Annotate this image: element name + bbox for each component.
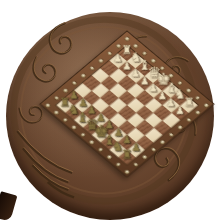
frame-stud: [124, 170, 129, 174]
frame-stud: [133, 162, 138, 166]
frame-stud: [177, 81, 182, 85]
frame-stud: [54, 110, 59, 114]
frame-stud: [98, 59, 103, 63]
frame-stud: [98, 147, 103, 151]
frame-stud: [107, 51, 112, 55]
frame-stud: [72, 81, 77, 85]
frame-stud: [54, 96, 59, 100]
frame-stud: [151, 147, 156, 151]
frame-stud: [80, 74, 85, 78]
frame-stud: [177, 125, 182, 129]
frame-stud: [116, 44, 121, 48]
frame-stud: [45, 103, 50, 107]
chess-table-photo: ♜♞♝♛♚♝♞♜♟♟♟♟♟♟♟♟♟♟♟♟♟♟♟♟♜♞♝♛♚♝♞♜: [0, 0, 220, 220]
frame-stud: [195, 96, 200, 100]
frame-stud: [133, 44, 138, 48]
frame-stud: [142, 51, 147, 55]
white-rook: ♜: [121, 44, 134, 56]
frame-stud: [168, 133, 173, 137]
frame-stud: [89, 66, 94, 70]
frame-stud: [124, 37, 129, 41]
frame-stud: [107, 155, 112, 159]
frame-stud: [72, 125, 77, 129]
frame-stud: [186, 88, 191, 92]
frame-stud: [89, 140, 94, 144]
frame-stud: [168, 74, 173, 78]
frame-stud: [195, 110, 200, 114]
frame-stud: [204, 103, 209, 107]
frame-stud: [63, 88, 68, 92]
frame-stud: [142, 155, 147, 159]
frame-stud: [63, 118, 68, 122]
frame-stud: [151, 59, 156, 63]
frame-stud: [186, 118, 191, 122]
frame-stud: [160, 140, 165, 144]
frame-stud: [80, 133, 85, 137]
frame-stud: [160, 66, 165, 70]
frame-stud: [116, 162, 121, 166]
